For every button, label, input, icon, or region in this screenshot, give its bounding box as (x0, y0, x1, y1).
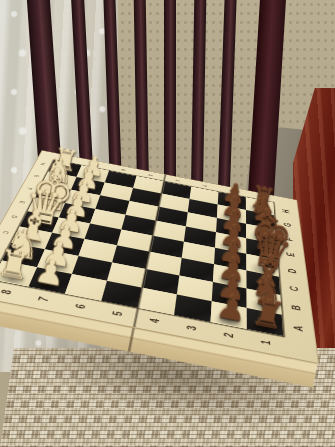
chess-board: 87654321 HGFEDCBA ♜♟♟♜♞♟♟♞♝♟♟♝♚♟♟♚♛♟♟♛♝♟… (0, 62, 334, 416)
board-plane: 87654321 HGFEDCBA ♜♟♟♜♞♟♟♞♝♟♟♝♚♟♟♚♛♟♟♛♝♟… (0, 151, 318, 363)
scene: 87654321 HGFEDCBA ♜♟♟♜♞♟♟♞♝♟♟♝♚♟♟♚♛♟♟♛♝♟… (0, 0, 335, 447)
piece-dark-rook[interactable]: ♜ (247, 292, 290, 335)
board-frame: 87654321 HGFEDCBA ♜♟♟♜♞♟♟♞♝♟♟♝♚♟♟♚♛♟♟♛♝♟… (0, 151, 318, 363)
square-a1[interactable]: ♜ (247, 308, 284, 336)
piece-white-pawn[interactable]: ♟ (29, 253, 72, 293)
board-front-seam (128, 328, 135, 352)
